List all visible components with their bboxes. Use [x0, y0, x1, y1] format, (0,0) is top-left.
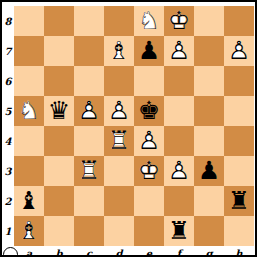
square-c7[interactable]: [74, 36, 104, 66]
square-d6[interactable]: [104, 66, 134, 96]
piece-outline: ♔: [168, 6, 190, 35]
rank-label-7: 7: [2, 36, 14, 66]
square-b3[interactable]: [44, 156, 74, 186]
file-label-b: b: [44, 246, 74, 257]
square-f7[interactable]: ♟♙: [164, 36, 194, 66]
white-bishop-a1: ♝♗: [18, 217, 40, 245]
square-e4[interactable]: ♟♙: [134, 126, 164, 156]
white-pawn-e4: ♟♙: [138, 127, 160, 155]
square-d2[interactable]: [104, 186, 134, 216]
rank-label-3: 3: [2, 156, 14, 186]
black-pawn-g3: ♟: [198, 157, 220, 185]
square-h4[interactable]: [224, 126, 254, 156]
square-f5[interactable]: [164, 96, 194, 126]
piece-outline: ♘: [138, 6, 160, 35]
file-label-f: f: [164, 246, 194, 257]
rank-label-4: 4: [2, 126, 14, 156]
file-label-g: g: [194, 246, 224, 257]
file-label-h: h: [224, 246, 254, 257]
file-label-a: a: [14, 246, 44, 257]
square-c3[interactable]: ♜♖: [74, 156, 104, 186]
piece-outline: ♙: [108, 96, 130, 125]
square-a5[interactable]: ♞♘: [14, 96, 44, 126]
chess-diagram-frame: 8♞♘♚♔7♝♗♟♟♙♟♙65♞♘♛♟♙♟♙♚4♜♖♟♙3♜♖♚♔♟♙♟2♝♜1…: [0, 0, 257, 257]
rank-label-2: 2: [2, 186, 14, 216]
rank-label-6: 6: [2, 66, 14, 96]
square-e5[interactable]: ♚: [134, 96, 164, 126]
square-d4[interactable]: ♜♖: [104, 126, 134, 156]
square-e8[interactable]: ♞♘: [134, 6, 164, 36]
square-f4[interactable]: [164, 126, 194, 156]
square-b2[interactable]: [44, 186, 74, 216]
square-g2[interactable]: [194, 186, 224, 216]
piece-outline: ♖: [78, 156, 100, 185]
square-a8[interactable]: [14, 6, 44, 36]
square-a4[interactable]: [14, 126, 44, 156]
square-a3[interactable]: [14, 156, 44, 186]
square-g6[interactable]: [194, 66, 224, 96]
piece-outline: ♙: [78, 96, 100, 125]
square-h3[interactable]: [224, 156, 254, 186]
piece-outline: ♙: [228, 36, 250, 65]
square-e2[interactable]: [134, 186, 164, 216]
square-h5[interactable]: [224, 96, 254, 126]
white-to-move-icon: [3, 247, 18, 257]
piece-outline: ♙: [138, 126, 160, 155]
square-g3[interactable]: ♟: [194, 156, 224, 186]
square-b1[interactable]: [44, 216, 74, 246]
square-f2[interactable]: [164, 186, 194, 216]
white-pawn-d5: ♟♙: [108, 97, 130, 125]
square-b8[interactable]: [44, 6, 74, 36]
square-c6[interactable]: [74, 66, 104, 96]
black-queen-b5: ♛: [48, 97, 70, 125]
white-bishop-d7: ♝♗: [108, 37, 130, 65]
square-a6[interactable]: [14, 66, 44, 96]
square-e6[interactable]: [134, 66, 164, 96]
square-a2[interactable]: ♝: [14, 186, 44, 216]
chess-board: 8♞♘♚♔7♝♗♟♟♙♟♙65♞♘♛♟♙♟♙♚4♜♖♟♙3♜♖♚♔♟♙♟2♝♜1…: [2, 2, 255, 257]
square-h1[interactable]: [224, 216, 254, 246]
black-bishop-a2: ♝: [18, 187, 40, 215]
square-g5[interactable]: [194, 96, 224, 126]
black-king-e5: ♚: [138, 97, 160, 125]
white-king-f8: ♚♔: [168, 7, 190, 35]
rank-label-8: 8: [2, 6, 14, 36]
square-b4[interactable]: [44, 126, 74, 156]
file-label-d: d: [104, 246, 134, 257]
rank-label-5: 5: [2, 96, 14, 126]
square-b6[interactable]: [44, 66, 74, 96]
piece-outline: ♖: [108, 126, 130, 155]
square-c8[interactable]: [74, 6, 104, 36]
move-indicator-cell: [2, 246, 14, 257]
piece-outline: ♙: [168, 156, 190, 185]
white-rook-d4: ♜♖: [108, 127, 130, 155]
square-f8[interactable]: ♚♔: [164, 6, 194, 36]
square-c4[interactable]: [74, 126, 104, 156]
file-label-c: c: [74, 246, 104, 257]
white-knight-a5: ♞♘: [18, 97, 40, 125]
piece-outline: ♙: [168, 36, 190, 65]
square-d1[interactable]: [104, 216, 134, 246]
white-king-e3: ♚♔: [138, 157, 160, 185]
square-b7[interactable]: [44, 36, 74, 66]
square-g7[interactable]: [194, 36, 224, 66]
square-d3[interactable]: [104, 156, 134, 186]
square-g8[interactable]: [194, 6, 224, 36]
piece-outline: ♗: [108, 36, 130, 65]
square-f3[interactable]: ♟♙: [164, 156, 194, 186]
black-pawn-e7: ♟: [138, 37, 160, 65]
piece-outline: ♘: [18, 96, 40, 125]
square-c1[interactable]: [74, 216, 104, 246]
white-knight-e8: ♞♘: [138, 7, 160, 35]
file-label-e: e: [134, 246, 164, 257]
piece-outline: ♗: [18, 216, 40, 245]
square-f6[interactable]: [164, 66, 194, 96]
square-g1[interactable]: [194, 216, 224, 246]
white-pawn-f3: ♟♙: [168, 157, 190, 185]
white-rook-c3: ♜♖: [78, 157, 100, 185]
square-b5[interactable]: ♛: [44, 96, 74, 126]
square-e3[interactable]: ♚♔: [134, 156, 164, 186]
square-h2[interactable]: ♜: [224, 186, 254, 216]
square-a7[interactable]: [14, 36, 44, 66]
square-h6[interactable]: [224, 66, 254, 96]
square-c5[interactable]: ♟♙: [74, 96, 104, 126]
square-c2[interactable]: [74, 186, 104, 216]
black-rook-f1: ♜: [168, 217, 190, 245]
piece-outline: ♔: [138, 156, 160, 185]
square-g4[interactable]: [194, 126, 224, 156]
square-e7[interactable]: ♟: [134, 36, 164, 66]
square-f1[interactable]: ♜: [164, 216, 194, 246]
square-d8[interactable]: [104, 6, 134, 36]
square-a1[interactable]: ♝♗: [14, 216, 44, 246]
rank-label-1: 1: [2, 216, 14, 246]
square-d5[interactable]: ♟♙: [104, 96, 134, 126]
white-pawn-h7: ♟♙: [228, 37, 250, 65]
square-h7[interactable]: ♟♙: [224, 36, 254, 66]
black-rook-h2: ♜: [228, 187, 250, 215]
square-e1[interactable]: [134, 216, 164, 246]
square-d7[interactable]: ♝♗: [104, 36, 134, 66]
square-h8[interactable]: [224, 6, 254, 36]
white-pawn-c5: ♟♙: [78, 97, 100, 125]
white-pawn-f7: ♟♙: [168, 37, 190, 65]
